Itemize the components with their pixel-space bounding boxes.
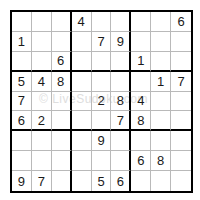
cell-r7c9[interactable] [171,131,191,151]
cell-r3c6[interactable] [111,52,131,72]
cell-r2c5[interactable]: 7 [92,32,112,52]
cell-r6c5[interactable] [92,111,112,131]
cell-r8c8[interactable]: 8 [151,151,171,171]
cell-r2c7[interactable] [131,32,151,52]
cell-r3c5[interactable] [92,52,112,72]
cell-r5c1[interactable]: 7 [12,92,32,112]
cell-r3c4[interactable] [72,52,92,72]
cell-r4c5[interactable] [92,72,112,92]
cell-r5c9[interactable] [171,92,191,112]
cell-r4c1[interactable]: 5 [12,72,32,92]
cell-r9c2[interactable]: 7 [32,171,52,191]
cell-r8c7[interactable]: 6 [131,151,151,171]
cell-r3c1[interactable] [12,52,32,72]
cell-r2c2[interactable] [32,32,52,52]
cell-r4c7[interactable] [131,72,151,92]
cell-r1c9[interactable]: 6 [171,12,191,32]
cell-r8c9[interactable] [171,151,191,171]
cell-r1c5[interactable] [92,12,112,32]
cell-r8c3[interactable] [52,151,72,171]
cell-r1c8[interactable] [151,12,171,32]
cell-r3c2[interactable] [32,52,52,72]
cell-r1c7[interactable] [131,12,151,32]
cell-r6c6[interactable]: 7 [111,111,131,131]
cell-r9c5[interactable]: 5 [92,171,112,191]
cell-r3c8[interactable] [151,52,171,72]
cell-r9c7[interactable] [131,171,151,191]
cell-r4c2[interactable]: 4 [32,72,52,92]
cell-r9c6[interactable]: 6 [111,171,131,191]
cell-r2c9[interactable] [171,32,191,52]
cell-r6c2[interactable]: 2 [32,111,52,131]
sudoku-board: 461796154817728462789689756 [10,10,193,193]
cell-r6c3[interactable] [52,111,72,131]
cell-r6c7[interactable]: 8 [131,111,151,131]
cell-r2c6[interactable]: 9 [111,32,131,52]
cell-r8c2[interactable] [32,151,52,171]
cell-r8c4[interactable] [72,151,92,171]
cell-r2c4[interactable] [72,32,92,52]
cell-r9c4[interactable] [72,171,92,191]
cell-r9c8[interactable] [151,171,171,191]
cell-r7c7[interactable] [131,131,151,151]
cell-r8c1[interactable] [12,151,32,171]
cell-r4c6[interactable] [111,72,131,92]
cell-r4c3[interactable]: 8 [52,72,72,92]
cell-r2c1[interactable]: 1 [12,32,32,52]
cell-r5c2[interactable] [32,92,52,112]
cell-r2c8[interactable] [151,32,171,52]
cell-r9c9[interactable] [171,171,191,191]
cell-r1c6[interactable] [111,12,131,32]
cell-r1c4[interactable]: 4 [72,12,92,32]
cell-r4c9[interactable]: 7 [171,72,191,92]
cell-r1c1[interactable] [12,12,32,32]
cell-r3c9[interactable] [171,52,191,72]
cell-r5c5[interactable]: 2 [92,92,112,112]
cell-r7c3[interactable] [52,131,72,151]
cell-r5c3[interactable] [52,92,72,112]
cell-r4c4[interactable] [72,72,92,92]
cell-r3c7[interactable]: 1 [131,52,151,72]
cell-r7c5[interactable]: 9 [92,131,112,151]
cell-r7c2[interactable] [32,131,52,151]
cell-r2c3[interactable] [52,32,72,52]
cell-r7c8[interactable] [151,131,171,151]
cell-r5c4[interactable] [72,92,92,112]
cell-r8c6[interactable] [111,151,131,171]
cell-r5c7[interactable]: 4 [131,92,151,112]
cell-r8c5[interactable] [92,151,112,171]
cell-r7c1[interactable] [12,131,32,151]
cell-r7c6[interactable] [111,131,131,151]
cell-r1c2[interactable] [32,12,52,32]
cell-r7c4[interactable] [72,131,92,151]
cell-r1c3[interactable] [52,12,72,32]
cell-r9c3[interactable] [52,171,72,191]
cell-r6c4[interactable] [72,111,92,131]
cell-r4c8[interactable]: 1 [151,72,171,92]
cell-r3c3[interactable]: 6 [52,52,72,72]
cell-r6c9[interactable] [171,111,191,131]
cell-r5c8[interactable] [151,92,171,112]
cell-r5c6[interactable]: 8 [111,92,131,112]
cell-r6c1[interactable]: 6 [12,111,32,131]
cell-r6c8[interactable] [151,111,171,131]
cell-r9c1[interactable]: 9 [12,171,32,191]
